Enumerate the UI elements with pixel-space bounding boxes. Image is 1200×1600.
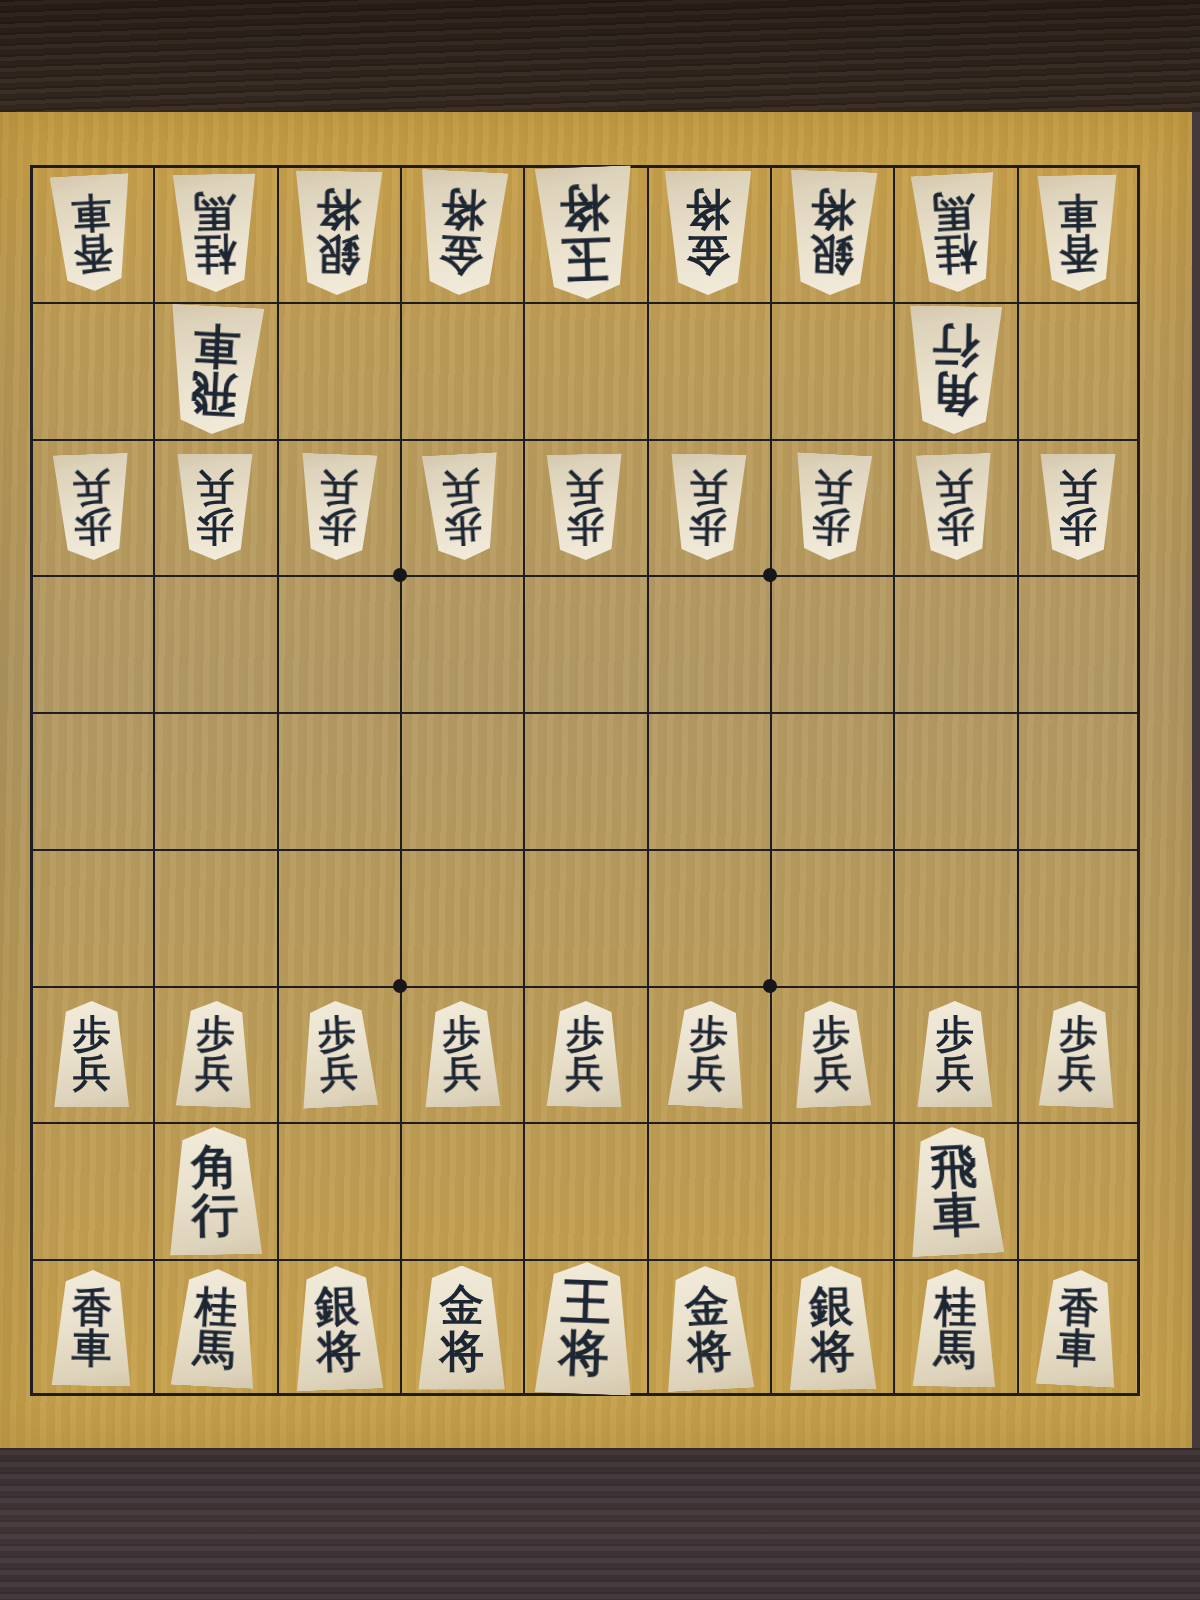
piece-lance-gote[interactable]: 香車	[1036, 175, 1120, 292]
square-7a[interactable]: 銀将	[277, 165, 400, 302]
piece-kanji: 将	[316, 188, 361, 234]
piece-kanji: 将	[440, 1328, 484, 1373]
piece-lance-sente[interactable]: 香車	[50, 1269, 134, 1386]
square-9f[interactable]	[30, 849, 153, 986]
square-3d[interactable]	[770, 575, 893, 712]
square-7e[interactable]	[277, 712, 400, 849]
piece-kanji: 銀	[316, 233, 361, 279]
piece-kanji: 桂	[194, 233, 237, 277]
piece-kanji: 歩	[442, 1015, 481, 1055]
square-7h[interactable]	[277, 1122, 400, 1259]
piece-kanji: 車	[932, 1190, 981, 1241]
piece-pawn-sente[interactable]: 歩兵	[545, 1000, 625, 1107]
square-8e[interactable]	[153, 712, 276, 849]
shogi-board: 香車桂馬銀将金将玉将金将銀将桂馬香車飛車角行歩兵歩兵歩兵歩兵歩兵歩兵歩兵歩兵歩兵…	[0, 112, 1192, 1448]
square-6a[interactable]: 金将	[400, 165, 523, 302]
square-8b[interactable]: 飛車	[153, 302, 276, 439]
square-3g[interactable]: 歩兵	[770, 986, 893, 1123]
square-9d[interactable]	[30, 575, 153, 712]
piece-kanji: 銀	[808, 233, 854, 280]
piece-kanji: 馬	[933, 1327, 976, 1371]
square-1h[interactable]	[1017, 1122, 1140, 1259]
square-1f[interactable]	[1017, 849, 1140, 986]
piece-kanji: 歩	[196, 1014, 235, 1054]
piece-kanji: 将	[558, 181, 610, 234]
piece-kanji: 兵	[196, 468, 234, 507]
square-3e[interactable]	[770, 712, 893, 849]
piece-pawn-gote[interactable]: 歩兵	[176, 454, 254, 560]
piece-kanji: 兵	[936, 1054, 974, 1093]
square-7c[interactable]: 歩兵	[277, 439, 400, 576]
square-5b[interactable]	[523, 302, 646, 439]
piece-gold-general-sente[interactable]: 金将	[660, 1263, 756, 1392]
piece-bishop-sente[interactable]: 角行	[166, 1126, 264, 1256]
square-8g[interactable]: 歩兵	[153, 986, 276, 1123]
piece-kanji: 兵	[319, 467, 358, 507]
square-3a[interactable]: 銀将	[770, 165, 893, 302]
piece-pawn-gote[interactable]: 歩兵	[545, 453, 625, 560]
piece-kanji: 将	[440, 187, 486, 235]
piece-pawn-sente[interactable]: 歩兵	[667, 999, 750, 1109]
piece-kanji: 兵	[813, 467, 853, 508]
piece-pawn-sente[interactable]: 歩兵	[791, 1000, 873, 1109]
square-3h[interactable]	[770, 1122, 893, 1259]
piece-silver-general-gote[interactable]: 銀将	[785, 170, 879, 297]
square-9e[interactable]	[30, 712, 153, 849]
square-2b[interactable]: 角行	[893, 302, 1016, 439]
piece-kanji: 歩	[443, 506, 483, 547]
square-8d[interactable]	[153, 575, 276, 712]
square-4h[interactable]	[647, 1122, 770, 1259]
square-9c[interactable]: 歩兵	[30, 439, 153, 576]
piece-bishop-gote[interactable]: 角行	[906, 305, 1004, 435]
piece-kanji: 歩	[689, 507, 728, 547]
piece-knight-gote[interactable]: 桂馬	[171, 174, 259, 293]
piece-pawn-sente[interactable]: 歩兵	[916, 1001, 994, 1107]
piece-kanji: 兵	[1059, 468, 1097, 507]
square-4b[interactable]	[647, 302, 770, 439]
board-grid: 香車桂馬銀将金将玉将金将銀将桂馬香車飛車角行歩兵歩兵歩兵歩兵歩兵歩兵歩兵歩兵歩兵…	[30, 165, 1140, 1396]
table-wood-bottom	[0, 1448, 1200, 1600]
piece-kanji: 兵	[73, 1054, 111, 1093]
piece-lance-sente[interactable]: 香車	[1034, 1268, 1122, 1388]
square-9a[interactable]: 香車	[30, 165, 153, 302]
square-5a[interactable]: 玉将	[523, 165, 646, 302]
square-6b[interactable]	[400, 302, 523, 439]
square-8h[interactable]: 角行	[153, 1122, 276, 1259]
square-4i[interactable]: 金将	[647, 1259, 770, 1396]
piece-lance-gote[interactable]: 香車	[48, 173, 136, 293]
square-1i[interactable]: 香車	[1017, 1259, 1140, 1396]
piece-kanji: 歩	[317, 1014, 357, 1055]
square-7f[interactable]	[277, 849, 400, 986]
piece-pawn-sente[interactable]: 歩兵	[1038, 1000, 1120, 1109]
piece-knight-sente[interactable]: 桂馬	[169, 1266, 261, 1388]
square-2g[interactable]: 歩兵	[893, 986, 1016, 1123]
piece-kanji: 歩	[1059, 507, 1097, 546]
piece-gold-general-gote[interactable]: 金将	[663, 171, 753, 295]
piece-kanji: 車	[71, 1327, 112, 1369]
square-2i[interactable]: 桂馬	[893, 1259, 1016, 1396]
piece-kanji: 将	[810, 187, 856, 234]
piece-kanji: 歩	[566, 1015, 605, 1055]
piece-kanji: 飛	[189, 369, 238, 420]
piece-kanji: 兵	[565, 1054, 604, 1094]
piece-kanji: 歩	[811, 1014, 850, 1054]
piece-jeweled-king-gote[interactable]: 玉将	[533, 166, 638, 301]
piece-kanji: 馬	[193, 190, 236, 234]
square-2f[interactable]	[893, 849, 1016, 986]
piece-kanji: 歩	[73, 506, 112, 546]
square-1b[interactable]	[1017, 302, 1140, 439]
piece-kanji: 車	[192, 321, 241, 372]
piece-kanji: 金	[437, 232, 483, 280]
square-4f[interactable]	[647, 849, 770, 986]
square-6g[interactable]: 歩兵	[400, 986, 523, 1123]
piece-kanji: 兵	[71, 467, 110, 507]
piece-pawn-sente[interactable]: 歩兵	[297, 999, 380, 1109]
piece-kanji: 歩	[936, 1015, 974, 1054]
square-3i[interactable]: 銀将	[770, 1259, 893, 1396]
square-3b[interactable]	[770, 302, 893, 439]
piece-kanji: 桂	[934, 1284, 977, 1328]
piece-knight-gote[interactable]: 桂馬	[909, 172, 1001, 294]
piece-pawn-gote[interactable]: 歩兵	[668, 453, 748, 560]
piece-kanji: 兵	[813, 1053, 852, 1093]
piece-kanji: 金	[686, 233, 730, 278]
square-6e[interactable]	[400, 712, 523, 849]
piece-pawn-gote[interactable]: 歩兵	[298, 453, 380, 562]
square-3c[interactable]: 歩兵	[770, 439, 893, 576]
piece-kanji: 兵	[195, 1053, 234, 1093]
square-4e[interactable]	[647, 712, 770, 849]
piece-pawn-gote[interactable]: 歩兵	[914, 453, 996, 562]
piece-kanji: 銀	[315, 1282, 361, 1329]
piece-kanji: 飛	[929, 1141, 978, 1192]
piece-kanji: 香	[72, 1286, 113, 1328]
piece-kanji: 兵	[935, 467, 974, 507]
piece-gold-general-gote[interactable]: 金将	[413, 169, 509, 298]
piece-kanji: 兵	[443, 1054, 482, 1094]
piece-kanji: 将	[810, 1327, 855, 1373]
square-5i[interactable]: 王将	[523, 1259, 646, 1396]
square-8i[interactable]: 桂馬	[153, 1259, 276, 1396]
piece-king-sente[interactable]: 王将	[533, 1260, 638, 1395]
square-5g[interactable]: 歩兵	[523, 986, 646, 1123]
piece-kanji: 歩	[689, 1014, 729, 1055]
square-6f[interactable]	[400, 849, 523, 986]
piece-silver-general-sente[interactable]: 銀将	[291, 1264, 385, 1391]
square-4d[interactable]	[647, 575, 770, 712]
square-1d[interactable]	[1017, 575, 1140, 712]
piece-kanji: 銀	[809, 1282, 854, 1328]
piece-pawn-gote[interactable]: 歩兵	[790, 452, 873, 562]
piece-kanji: 兵	[687, 1053, 727, 1094]
piece-kanji: 車	[1056, 1327, 1098, 1370]
square-2h[interactable]: 飛車	[893, 1122, 1016, 1259]
square-5f[interactable]	[523, 849, 646, 986]
piece-kanji: 金	[684, 1281, 730, 1329]
piece-kanji: 行	[191, 1190, 239, 1239]
piece-kanji: 歩	[318, 506, 357, 546]
square-7i[interactable]: 銀将	[277, 1259, 400, 1396]
square-6d[interactable]	[400, 575, 523, 712]
piece-kanji: 香	[72, 232, 114, 275]
square-8c[interactable]: 歩兵	[153, 439, 276, 576]
piece-pawn-gote[interactable]: 歩兵	[420, 452, 503, 562]
piece-kanji: 兵	[441, 467, 481, 508]
piece-kanji: 桂	[934, 232, 978, 277]
square-5h[interactable]	[523, 1122, 646, 1259]
piece-pawn-gote[interactable]: 歩兵	[1039, 454, 1117, 560]
piece-kanji: 車	[1058, 192, 1099, 234]
piece-kanji: 馬	[932, 189, 976, 234]
piece-kanji: 王	[560, 1275, 612, 1328]
square-2a[interactable]: 桂馬	[893, 165, 1016, 302]
square-3f[interactable]	[770, 849, 893, 986]
piece-kanji: 将	[316, 1327, 362, 1374]
square-2d[interactable]	[893, 575, 1016, 712]
piece-kanji: 歩	[936, 506, 975, 546]
square-2e[interactable]	[893, 712, 1016, 849]
piece-kanji: 香	[1058, 1285, 1100, 1328]
piece-kanji: 兵	[319, 1053, 359, 1094]
piece-kanji: 歩	[811, 506, 851, 547]
square-1c[interactable]: 歩兵	[1017, 439, 1140, 576]
square-4g[interactable]: 歩兵	[647, 986, 770, 1123]
square-5e[interactable]	[523, 712, 646, 849]
piece-kanji: 将	[686, 1326, 732, 1374]
square-1g[interactable]: 歩兵	[1017, 986, 1140, 1123]
piece-kanji: 車	[70, 191, 112, 234]
piece-kanji: 兵	[565, 467, 604, 507]
piece-kanji: 歩	[566, 507, 605, 547]
board-cells: 香車桂馬銀将金将玉将金将銀将桂馬香車飛車角行歩兵歩兵歩兵歩兵歩兵歩兵歩兵歩兵歩兵…	[30, 165, 1140, 1396]
piece-kanji: 行	[931, 321, 979, 370]
piece-kanji: 歩	[1059, 1014, 1098, 1054]
table-wood-top	[0, 0, 1200, 112]
piece-pawn-sente[interactable]: 歩兵	[422, 1000, 502, 1107]
square-1a[interactable]: 香車	[1017, 165, 1140, 302]
piece-pawn-sente[interactable]: 歩兵	[174, 1000, 256, 1109]
square-2c[interactable]: 歩兵	[893, 439, 1016, 576]
square-6h[interactable]	[400, 1122, 523, 1259]
piece-kanji: 角	[191, 1142, 239, 1191]
piece-kanji: 桂	[194, 1283, 238, 1328]
piece-knight-sente[interactable]: 桂馬	[911, 1268, 999, 1387]
piece-gold-general-sente[interactable]: 金将	[417, 1266, 507, 1390]
square-8a[interactable]: 桂馬	[153, 165, 276, 302]
piece-kanji: 将	[558, 1327, 610, 1380]
square-4c[interactable]: 歩兵	[647, 439, 770, 576]
square-4a[interactable]: 金将	[647, 165, 770, 302]
piece-kanji: 馬	[192, 1326, 236, 1371]
square-9i[interactable]: 香車	[30, 1259, 153, 1396]
square-9h[interactable]	[30, 1122, 153, 1259]
square-1e[interactable]	[1017, 712, 1140, 849]
piece-kanji: 兵	[689, 467, 728, 507]
square-5c[interactable]: 歩兵	[523, 439, 646, 576]
square-7d[interactable]	[277, 575, 400, 712]
square-9b[interactable]	[30, 302, 153, 439]
square-7g[interactable]: 歩兵	[277, 986, 400, 1123]
piece-kanji: 兵	[1058, 1053, 1097, 1093]
piece-kanji: 香	[1058, 233, 1099, 275]
piece-silver-general-gote[interactable]: 銀将	[292, 171, 384, 297]
piece-pawn-gote[interactable]: 歩兵	[51, 453, 133, 562]
piece-kanji: 歩	[73, 1015, 111, 1054]
piece-rook-sente[interactable]: 飛車	[904, 1124, 1007, 1257]
piece-kanji: 玉	[560, 233, 612, 286]
square-8f[interactable]	[153, 849, 276, 986]
square-6c[interactable]: 歩兵	[400, 439, 523, 576]
piece-kanji: 金	[440, 1282, 484, 1327]
piece-pawn-sente[interactable]: 歩兵	[53, 1001, 131, 1107]
piece-kanji: 角	[931, 370, 979, 419]
square-6i[interactable]: 金将	[400, 1259, 523, 1396]
square-5d[interactable]	[523, 575, 646, 712]
piece-kanji: 歩	[196, 507, 234, 546]
square-9g[interactable]: 歩兵	[30, 986, 153, 1123]
square-7b[interactable]	[277, 302, 400, 439]
piece-kanji: 将	[686, 188, 730, 233]
piece-rook-gote[interactable]: 飛車	[164, 304, 267, 437]
piece-silver-general-sente[interactable]: 銀将	[786, 1265, 878, 1391]
